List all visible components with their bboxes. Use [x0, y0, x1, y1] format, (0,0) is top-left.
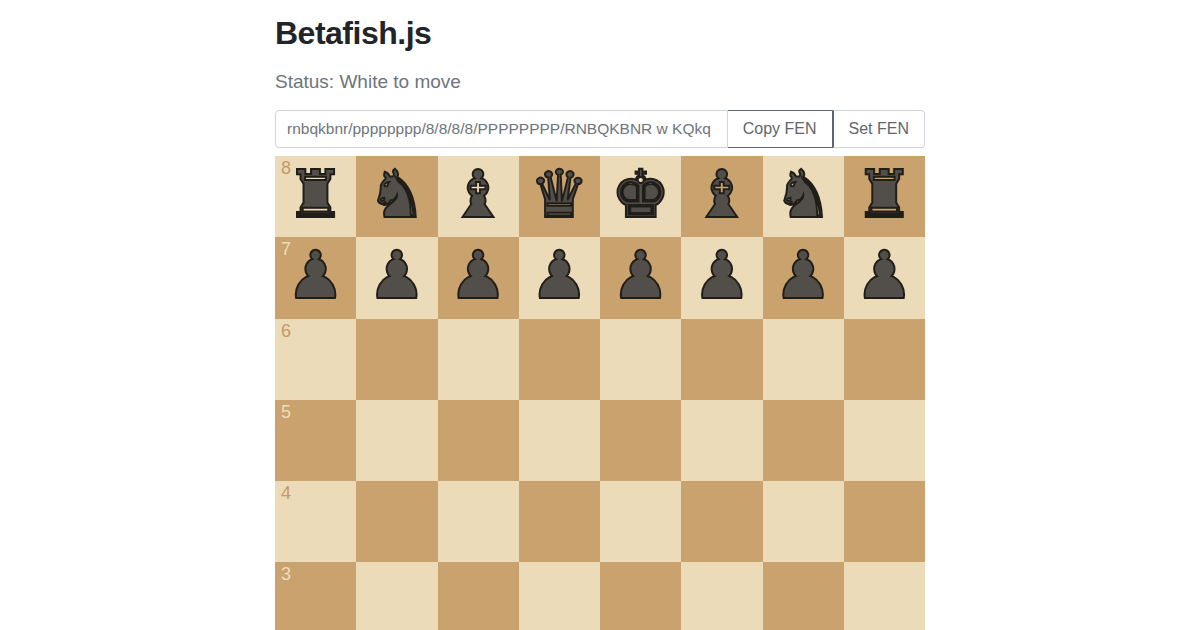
copy-fen-button[interactable]: Copy FEN [728, 110, 833, 148]
square-b3[interactable] [356, 562, 437, 630]
piece-black-queen[interactable]: ♛ [530, 162, 589, 228]
square-f8[interactable]: ♝ [681, 156, 762, 237]
page-title: Betafish.js [275, 14, 925, 52]
square-h3[interactable] [844, 562, 925, 630]
square-g8[interactable]: ♞ [763, 156, 844, 237]
piece-black-pawn[interactable]: ♟ [367, 243, 426, 309]
square-c6[interactable] [438, 319, 519, 400]
square-f6[interactable] [681, 319, 762, 400]
square-g6[interactable] [763, 319, 844, 400]
square-g4[interactable] [763, 481, 844, 562]
square-e3[interactable] [600, 562, 681, 630]
piece-black-pawn[interactable]: ♟ [286, 243, 345, 309]
square-f7[interactable]: ♟ [681, 237, 762, 318]
rank-label-3: 3 [281, 565, 291, 583]
square-h8[interactable]: ♜ [844, 156, 925, 237]
rank-label-6: 6 [281, 322, 291, 340]
square-c3[interactable] [438, 562, 519, 630]
page: Betafish.js Status: White to move Copy F… [0, 0, 1200, 630]
square-d6[interactable] [519, 319, 600, 400]
square-h7[interactable]: ♟ [844, 237, 925, 318]
status-text: Status: White to move [275, 70, 925, 93]
square-c5[interactable] [438, 400, 519, 481]
rank-label-5: 5 [281, 403, 291, 421]
square-e4[interactable] [600, 481, 681, 562]
piece-black-pawn[interactable]: ♟ [692, 243, 751, 309]
square-b4[interactable] [356, 481, 437, 562]
piece-black-pawn[interactable]: ♟ [611, 243, 670, 309]
square-a4[interactable]: 4 [275, 481, 356, 562]
square-a5[interactable]: 5 [275, 400, 356, 481]
square-a8[interactable]: 8♜ [275, 156, 356, 237]
piece-black-king[interactable]: ♚ [611, 162, 670, 228]
square-e8[interactable]: ♚ [600, 156, 681, 237]
square-c8[interactable]: ♝ [438, 156, 519, 237]
square-h4[interactable] [844, 481, 925, 562]
chess-board[interactable]: 8♜♞♝♛♚♝♞♜7♟♟♟♟♟♟♟♟65432♟♟♟♟♟♟♟♟1♜♞♝♛♚♝♞♜ [275, 156, 925, 630]
square-c7[interactable]: ♟ [438, 237, 519, 318]
square-b6[interactable] [356, 319, 437, 400]
square-f5[interactable] [681, 400, 762, 481]
square-f3[interactable] [681, 562, 762, 630]
square-e6[interactable] [600, 319, 681, 400]
square-h5[interactable] [844, 400, 925, 481]
square-e7[interactable]: ♟ [600, 237, 681, 318]
piece-black-knight[interactable]: ♞ [367, 162, 426, 228]
square-a6[interactable]: 6 [275, 319, 356, 400]
square-h6[interactable] [844, 319, 925, 400]
square-g7[interactable]: ♟ [763, 237, 844, 318]
piece-black-pawn[interactable]: ♟ [530, 243, 589, 309]
square-b8[interactable]: ♞ [356, 156, 437, 237]
square-g3[interactable] [763, 562, 844, 630]
main-content: Betafish.js Status: White to move Copy F… [275, 0, 925, 630]
square-f4[interactable] [681, 481, 762, 562]
square-b7[interactable]: ♟ [356, 237, 437, 318]
square-a3[interactable]: 3 [275, 562, 356, 630]
square-d7[interactable]: ♟ [519, 237, 600, 318]
piece-black-pawn[interactable]: ♟ [774, 243, 833, 309]
square-d4[interactable] [519, 481, 600, 562]
piece-black-knight[interactable]: ♞ [774, 162, 833, 228]
set-fen-button[interactable]: Set FEN [833, 110, 925, 148]
piece-black-pawn[interactable]: ♟ [449, 243, 508, 309]
fen-toolbar: Copy FEN Set FEN [275, 110, 925, 148]
piece-black-pawn[interactable]: ♟ [855, 243, 914, 309]
square-d8[interactable]: ♛ [519, 156, 600, 237]
square-e5[interactable] [600, 400, 681, 481]
piece-black-bishop[interactable]: ♝ [449, 162, 508, 228]
piece-black-rook[interactable]: ♜ [286, 162, 345, 228]
rank-label-4: 4 [281, 484, 291, 502]
fen-input[interactable] [275, 110, 728, 148]
square-d3[interactable] [519, 562, 600, 630]
piece-black-bishop[interactable]: ♝ [692, 162, 751, 228]
square-a7[interactable]: 7♟ [275, 237, 356, 318]
piece-black-rook[interactable]: ♜ [855, 162, 914, 228]
square-b5[interactable] [356, 400, 437, 481]
square-c4[interactable] [438, 481, 519, 562]
square-g5[interactable] [763, 400, 844, 481]
square-d5[interactable] [519, 400, 600, 481]
